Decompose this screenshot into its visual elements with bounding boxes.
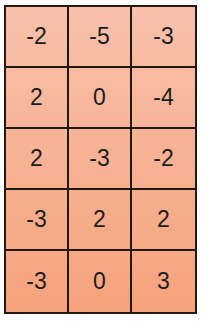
cell-r3c1: 2 — [6, 129, 69, 190]
page-background: -2-5-320-42-3-2-322-303 — [0, 0, 205, 323]
cell-r1c2: -5 — [69, 7, 132, 68]
cell-r1c1: -2 — [6, 7, 69, 68]
cell-r3c3: -2 — [132, 129, 195, 190]
cell-r5c1: -3 — [6, 251, 69, 312]
cell-r4c2: 2 — [69, 190, 132, 251]
cell-r3c2: -3 — [69, 129, 132, 190]
board: -2-5-320-42-3-2-322-303 — [4, 5, 197, 314]
cell-r2c3: -4 — [132, 68, 195, 129]
cell-r5c2: 0 — [69, 251, 132, 312]
cell-r2c1: 2 — [6, 68, 69, 129]
cell-r4c3: 2 — [132, 190, 195, 251]
cell-r1c3: -3 — [132, 7, 195, 68]
cell-r5c3: 3 — [132, 251, 195, 312]
cell-r4c1: -3 — [6, 190, 69, 251]
cell-r2c2: 0 — [69, 68, 132, 129]
